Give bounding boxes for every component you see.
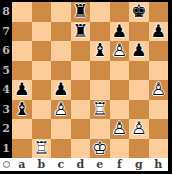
square-e3[interactable]: ♜♖ [90, 100, 110, 120]
square-h8[interactable] [149, 2, 169, 22]
rank-label-4: 4 [0, 80, 12, 100]
black-pawn: ♟ [12, 80, 32, 100]
rank-label-3: 3 [0, 100, 12, 120]
square-c5[interactable] [51, 61, 71, 81]
black-rook: ♜ [71, 2, 91, 22]
file-label-d: d [71, 158, 91, 171]
file-label-a: a [12, 158, 32, 171]
rank-label-1: 1 [0, 139, 12, 159]
square-d4[interactable] [71, 80, 91, 100]
square-d3[interactable] [71, 100, 91, 120]
chess-diagram: 8♜♚7♜♟♟6♝♟♙♟54♟♟♟♙3♝♟♙♜♖2♟♙♟♙1♜♖♚♔abcdef… [0, 0, 172, 174]
black-bishop: ♝ [90, 41, 110, 61]
white-rook: ♜♖ [32, 139, 52, 159]
chess-board: 8♜♚7♜♟♟6♝♟♙♟54♟♟♟♙3♝♟♙♜♖2♟♙♟♙1♜♖♚♔abcdef… [0, 2, 168, 171]
square-c8[interactable] [51, 2, 71, 22]
square-b2[interactable] [32, 119, 52, 139]
square-h2[interactable] [149, 119, 169, 139]
square-a3[interactable]: ♝ [12, 100, 32, 120]
square-g6[interactable]: ♟ [129, 41, 149, 61]
square-d6[interactable] [71, 41, 91, 61]
file-label-f: f [110, 158, 130, 171]
rank-label-6: 6 [0, 41, 12, 61]
square-b8[interactable] [32, 2, 52, 22]
square-a7[interactable] [12, 22, 32, 42]
square-f6[interactable]: ♟♙ [110, 41, 130, 61]
square-f1[interactable] [110, 139, 130, 159]
square-g8[interactable]: ♚ [129, 2, 149, 22]
square-b1[interactable]: ♜♖ [32, 139, 52, 159]
file-label-h: h [149, 158, 169, 171]
rank-label-7: 7 [0, 22, 12, 42]
square-a2[interactable] [12, 119, 32, 139]
square-e5[interactable] [90, 61, 110, 81]
square-h7[interactable]: ♟ [149, 22, 169, 42]
square-h4[interactable]: ♟♙ [149, 80, 169, 100]
square-f8[interactable] [110, 2, 130, 22]
rank-label-5: 5 [0, 61, 12, 81]
square-a1[interactable] [12, 139, 32, 159]
black-pawn: ♟ [110, 22, 130, 42]
rank-label-8: 8 [0, 2, 12, 22]
square-e8[interactable] [90, 2, 110, 22]
rank-label-2: 2 [0, 119, 12, 139]
square-b5[interactable] [32, 61, 52, 81]
square-d2[interactable] [71, 119, 91, 139]
black-pawn: ♟ [51, 80, 71, 100]
white-rook: ♜♖ [90, 100, 110, 120]
square-a5[interactable] [12, 61, 32, 81]
square-b6[interactable] [32, 41, 52, 61]
square-g2[interactable]: ♟♙ [129, 119, 149, 139]
square-f3[interactable] [110, 100, 130, 120]
white-to-move-circle-icon [3, 161, 10, 168]
square-e4[interactable] [90, 80, 110, 100]
square-a6[interactable] [12, 41, 32, 61]
square-c3[interactable]: ♟♙ [51, 100, 71, 120]
square-b3[interactable] [32, 100, 52, 120]
white-pawn: ♟♙ [129, 119, 149, 139]
black-pawn: ♟ [129, 41, 149, 61]
square-f4[interactable] [110, 80, 130, 100]
square-d1[interactable] [71, 139, 91, 159]
square-g1[interactable] [129, 139, 149, 159]
square-g3[interactable] [129, 100, 149, 120]
square-c2[interactable] [51, 119, 71, 139]
file-label-c: c [51, 158, 71, 171]
square-h3[interactable] [149, 100, 169, 120]
square-b4[interactable] [32, 80, 52, 100]
black-pawn: ♟ [149, 22, 169, 42]
white-pawn: ♟♙ [110, 41, 130, 61]
white-pawn: ♟♙ [51, 100, 71, 120]
side-to-move-indicator [0, 158, 12, 171]
square-h5[interactable] [149, 61, 169, 81]
black-bishop: ♝ [12, 100, 32, 120]
square-d5[interactable] [71, 61, 91, 81]
square-b7[interactable] [32, 22, 52, 42]
square-c1[interactable] [51, 139, 71, 159]
white-king: ♚♔ [90, 139, 110, 159]
square-e1[interactable]: ♚♔ [90, 139, 110, 159]
file-label-g: g [129, 158, 149, 171]
square-f2[interactable]: ♟♙ [110, 119, 130, 139]
square-e2[interactable] [90, 119, 110, 139]
black-rook: ♜ [71, 22, 91, 42]
black-king: ♚ [129, 2, 149, 22]
file-label-e: e [90, 158, 110, 171]
square-f5[interactable] [110, 61, 130, 81]
square-c4[interactable]: ♟ [51, 80, 71, 100]
white-pawn: ♟♙ [110, 119, 130, 139]
square-e6[interactable]: ♝ [90, 41, 110, 61]
square-g4[interactable] [129, 80, 149, 100]
square-f7[interactable]: ♟ [110, 22, 130, 42]
square-h6[interactable] [149, 41, 169, 61]
square-d8[interactable]: ♜ [71, 2, 91, 22]
square-a8[interactable] [12, 2, 32, 22]
file-label-b: b [32, 158, 52, 171]
square-g5[interactable] [129, 61, 149, 81]
square-a4[interactable]: ♟ [12, 80, 32, 100]
white-pawn: ♟♙ [149, 80, 169, 100]
square-c6[interactable] [51, 41, 71, 61]
square-h1[interactable] [149, 139, 169, 159]
square-e7[interactable] [90, 22, 110, 42]
square-g7[interactable] [129, 22, 149, 42]
square-d7[interactable]: ♜ [71, 22, 91, 42]
square-c7[interactable] [51, 22, 71, 42]
